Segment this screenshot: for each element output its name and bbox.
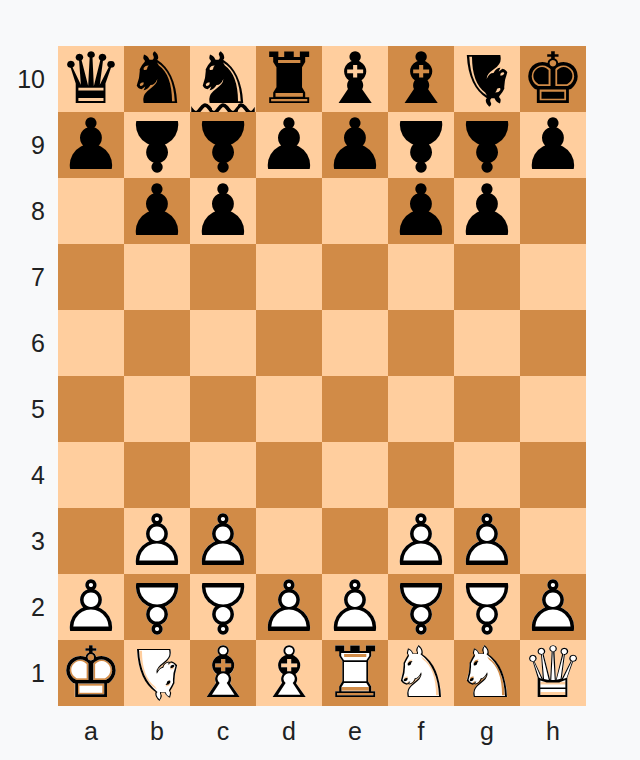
square-b2[interactable]: ♟♙ — [124, 574, 190, 640]
square-d8[interactable] — [256, 178, 322, 244]
black-pawn-piece: ♟ — [447, 171, 528, 252]
square-c2[interactable]: ♟♙ — [190, 574, 256, 640]
piece-glyph: ♟ — [191, 171, 254, 252]
square-d1[interactable]: ♝♗ — [256, 640, 322, 706]
square-c1[interactable]: ♝♗ — [190, 640, 256, 706]
square-c4[interactable] — [190, 442, 256, 508]
piece-glyph: ♟ — [323, 105, 386, 186]
square-a1[interactable]: ♚♔ — [58, 640, 124, 706]
square-e7[interactable] — [322, 244, 388, 310]
square-g6[interactable] — [454, 310, 520, 376]
square-g5[interactable] — [454, 376, 520, 442]
square-f5[interactable] — [388, 376, 454, 442]
square-e10[interactable]: ♝ — [322, 46, 388, 112]
square-h4[interactable] — [520, 442, 586, 508]
square-b9[interactable]: ♟ — [124, 112, 190, 178]
square-f4[interactable] — [388, 442, 454, 508]
square-g9[interactable]: ♟ — [454, 112, 520, 178]
square-f6[interactable] — [388, 310, 454, 376]
square-e2[interactable]: ♟♙ — [322, 574, 388, 640]
rank-label-9: 9 — [0, 112, 58, 178]
square-a2[interactable]: ♟♙ — [58, 574, 124, 640]
square-a9[interactable]: ♟ — [58, 112, 124, 178]
square-d4[interactable] — [256, 442, 322, 508]
square-e9[interactable]: ♟ — [322, 112, 388, 178]
square-a7[interactable] — [58, 244, 124, 310]
piece-glyph: ♟ — [257, 105, 320, 186]
square-b1[interactable]: ♞♘ — [124, 640, 190, 706]
rank-label-3: 3 — [0, 508, 58, 574]
square-b8[interactable]: ♟ — [124, 178, 190, 244]
piece-glyph: ♔ — [59, 633, 122, 714]
piece-glyph: ♘ — [455, 633, 518, 714]
square-f1[interactable]: ♞♘ — [388, 640, 454, 706]
square-f9[interactable]: ♟ — [388, 112, 454, 178]
file-labels: abcdefgh — [58, 706, 586, 760]
square-h10[interactable]: ♚ — [520, 46, 586, 112]
square-e1[interactable]: ♜♖ — [322, 640, 388, 706]
square-d6[interactable] — [256, 310, 322, 376]
square-d5[interactable] — [256, 376, 322, 442]
file-label-d: d — [256, 706, 322, 760]
square-h2[interactable]: ♟♙ — [520, 574, 586, 640]
square-f3[interactable]: ♟♙ — [388, 508, 454, 574]
square-a3[interactable] — [58, 508, 124, 574]
rank-label-8: 8 — [0, 178, 58, 244]
piece-glyph: ♟ — [455, 171, 518, 252]
square-g1[interactable]: ♞♘ — [454, 640, 520, 706]
file-label-f: f — [388, 706, 454, 760]
rank-label-2: 2 — [0, 574, 58, 640]
square-e8[interactable] — [322, 178, 388, 244]
square-g3[interactable]: ♟♙ — [454, 508, 520, 574]
square-c7[interactable] — [190, 244, 256, 310]
piece-glyph: ♗ — [191, 633, 254, 714]
file-label-a: a — [58, 706, 124, 760]
file-label-b: b — [124, 706, 190, 760]
piece-glyph: ♘ — [389, 633, 452, 714]
square-g7[interactable] — [454, 244, 520, 310]
square-c3[interactable]: ♟♙ — [190, 508, 256, 574]
file-label-h: h — [520, 706, 586, 760]
square-c8[interactable]: ♟ — [190, 178, 256, 244]
square-b6[interactable] — [124, 310, 190, 376]
piece-glyph: ♟ — [521, 105, 584, 186]
square-b4[interactable] — [124, 442, 190, 508]
rank-label-1: 1 — [0, 640, 58, 706]
square-a4[interactable] — [58, 442, 124, 508]
square-f10[interactable]: ♝ — [388, 46, 454, 112]
square-g10[interactable]: ♞ — [454, 46, 520, 112]
square-h7[interactable] — [520, 244, 586, 310]
rank-label-7: 7 — [0, 244, 58, 310]
piece-glyph: ♟ — [125, 171, 188, 252]
square-b7[interactable] — [124, 244, 190, 310]
square-c5[interactable] — [190, 376, 256, 442]
rank-label-5: 5 — [0, 376, 58, 442]
piece-glyph: ♟ — [59, 105, 122, 186]
square-h9[interactable]: ♟ — [520, 112, 586, 178]
white-queen-piece: ♛♕ — [513, 633, 594, 714]
square-b3[interactable]: ♟♙ — [124, 508, 190, 574]
black-pawn-piece: ♟ — [183, 171, 264, 252]
square-h6[interactable] — [520, 310, 586, 376]
square-e3[interactable] — [322, 508, 388, 574]
piece-glyph: ♕ — [521, 633, 584, 714]
square-h1[interactable]: ♛♕ — [520, 640, 586, 706]
square-e5[interactable] — [322, 376, 388, 442]
square-a6[interactable] — [58, 310, 124, 376]
piece-glyph: ♟ — [389, 171, 452, 252]
square-d7[interactable] — [256, 244, 322, 310]
square-a5[interactable] — [58, 376, 124, 442]
square-d2[interactable]: ♟♙ — [256, 574, 322, 640]
square-h8[interactable] — [520, 178, 586, 244]
square-f8[interactable]: ♟ — [388, 178, 454, 244]
square-h3[interactable] — [520, 508, 586, 574]
square-a10[interactable]: ♛ — [58, 46, 124, 112]
square-d10[interactable]: ♜ — [256, 46, 322, 112]
file-label-c: c — [190, 706, 256, 760]
rank-label-10: 10 — [0, 46, 58, 112]
square-g8[interactable]: ♟ — [454, 178, 520, 244]
square-b10[interactable]: ♞ — [124, 46, 190, 112]
square-e6[interactable] — [322, 310, 388, 376]
square-b5[interactable] — [124, 376, 190, 442]
rank-labels: 10987654321 — [0, 46, 58, 706]
square-h5[interactable] — [520, 376, 586, 442]
rank-label-4: 4 — [0, 442, 58, 508]
square-f2[interactable]: ♟♙ — [388, 574, 454, 640]
piece-glyph: ♗ — [257, 633, 320, 714]
square-f7[interactable] — [388, 244, 454, 310]
chess-board: ♛♞♞♜♝♝♞♚♟♟♟♟♟♟♟♟♟♟♟♟♟♙♟♙♟♙♟♙♟♙♟♙♟♙♟♙♟♙♟♙… — [58, 46, 586, 706]
file-label-g: g — [454, 706, 520, 760]
piece-glyph: ♘ — [125, 633, 188, 714]
square-g2[interactable]: ♟♙ — [454, 574, 520, 640]
square-e4[interactable] — [322, 442, 388, 508]
rank-label-6: 6 — [0, 310, 58, 376]
square-c6[interactable] — [190, 310, 256, 376]
square-c10[interactable]: ♞ — [190, 46, 256, 112]
square-g4[interactable] — [454, 442, 520, 508]
piece-glyph: ♖ — [323, 633, 386, 714]
square-a8[interactable] — [58, 178, 124, 244]
square-c9[interactable]: ♟ — [190, 112, 256, 178]
file-label-e: e — [322, 706, 388, 760]
square-d3[interactable] — [256, 508, 322, 574]
wolf-chess-diagram: 10987654321 ♛♞♞♜♝♝♞♚♟♟♟♟♟♟♟♟♟♟♟♟♟♙♟♙♟♙♟♙… — [0, 0, 640, 760]
square-d9[interactable]: ♟ — [256, 112, 322, 178]
